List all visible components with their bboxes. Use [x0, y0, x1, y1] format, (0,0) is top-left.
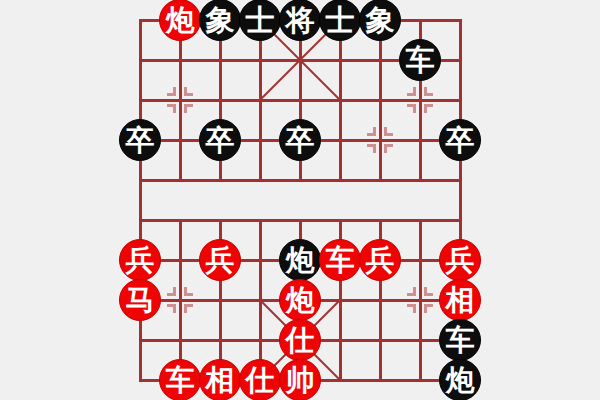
- piece-red-soldier[interactable]: 兵: [359, 239, 401, 281]
- piece-red-cannon[interactable]: 炮: [159, 0, 201, 41]
- piece-red-cannon[interactable]: 炮: [279, 279, 321, 321]
- piece-black-soldier[interactable]: 卒: [439, 119, 481, 161]
- piece-red-chariot[interactable]: 车: [319, 239, 361, 281]
- piece-black-soldier[interactable]: 卒: [199, 119, 241, 161]
- piece-red-soldier[interactable]: 兵: [199, 239, 241, 281]
- piece-black-elephant[interactable]: 象: [199, 0, 241, 41]
- piece-black-elephant[interactable]: 象: [359, 0, 401, 41]
- piece-red-chariot[interactable]: 车: [159, 359, 201, 400]
- piece-red-horse[interactable]: 马: [119, 279, 161, 321]
- piece-black-cannon[interactable]: 炮: [439, 359, 481, 400]
- piece-grid: 炮象士将士象车卒卒卒卒兵兵炮车兵兵马炮相仕车车相仕帅炮: [120, 0, 480, 400]
- piece-red-elephant[interactable]: 相: [199, 359, 241, 400]
- piece-red-elephant[interactable]: 相: [439, 279, 481, 321]
- piece-black-advisor[interactable]: 士: [319, 0, 361, 41]
- piece-red-soldier[interactable]: 兵: [119, 239, 161, 281]
- piece-red-advisor[interactable]: 仕: [239, 359, 281, 400]
- piece-black-soldier[interactable]: 卒: [119, 119, 161, 161]
- piece-black-soldier[interactable]: 卒: [279, 119, 321, 161]
- piece-black-cannon[interactable]: 炮: [279, 239, 321, 281]
- piece-red-general[interactable]: 帅: [279, 359, 321, 400]
- piece-black-advisor[interactable]: 士: [239, 0, 281, 41]
- piece-red-soldier[interactable]: 兵: [439, 239, 481, 281]
- piece-black-chariot[interactable]: 车: [399, 39, 441, 81]
- piece-black-chariot[interactable]: 车: [439, 319, 481, 361]
- xiangqi-board: 炮象士将士象车卒卒卒卒兵兵炮车兵兵马炮相仕车车相仕帅炮: [0, 0, 600, 400]
- piece-black-general[interactable]: 将: [279, 0, 321, 41]
- piece-red-advisor[interactable]: 仕: [279, 319, 321, 361]
